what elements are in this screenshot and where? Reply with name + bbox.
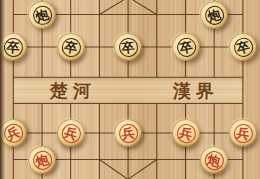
piece-red-soldier[interactable]: 兵 bbox=[112, 117, 144, 149]
piece-black-soldier[interactable]: 卒 bbox=[226, 30, 260, 64]
xiangqi-app-view: 楚河 漢界 炮炮卒卒卒卒卒兵兵兵兵兵炮炮 bbox=[0, 0, 260, 179]
river-text-right: 漢界 bbox=[173, 79, 219, 103]
piece-character: 兵 bbox=[53, 116, 88, 151]
piece-character: 兵 bbox=[169, 116, 203, 150]
piece-character: 卒 bbox=[113, 31, 144, 62]
piece-black-soldier[interactable]: 卒 bbox=[113, 31, 144, 62]
piece-character: 兵 bbox=[112, 117, 144, 149]
piece-character: 炮 bbox=[197, 0, 231, 32]
piece-character: 卒 bbox=[169, 30, 202, 63]
piece-black-soldier[interactable]: 卒 bbox=[169, 30, 202, 63]
xiangqi-board: 楚河 漢界 炮炮卒卒卒卒卒兵兵兵兵兵炮炮 bbox=[0, 0, 260, 179]
piece-character: 兵 bbox=[227, 117, 259, 149]
piece-red-soldier[interactable]: 兵 bbox=[169, 116, 203, 150]
piece-character: 卒 bbox=[226, 30, 260, 64]
board-left-edge-shadow bbox=[0, 0, 5, 179]
piece-black-cannon[interactable]: 炮 bbox=[197, 0, 231, 32]
piece-black-cannon[interactable]: 炮 bbox=[24, 0, 59, 33]
piece-red-soldier[interactable]: 兵 bbox=[53, 116, 88, 151]
piece-character: 卒 bbox=[54, 30, 86, 62]
piece-character: 炮 bbox=[197, 143, 232, 178]
piece-black-soldier[interactable]: 卒 bbox=[54, 30, 86, 62]
piece-red-soldier[interactable]: 兵 bbox=[227, 117, 259, 149]
river-text-left: 楚河 bbox=[50, 79, 96, 103]
piece-red-cannon[interactable]: 炮 bbox=[197, 143, 232, 178]
piece-character: 炮 bbox=[24, 0, 59, 33]
piece-character: 炮 bbox=[25, 143, 59, 177]
piece-red-cannon[interactable]: 炮 bbox=[25, 143, 59, 177]
